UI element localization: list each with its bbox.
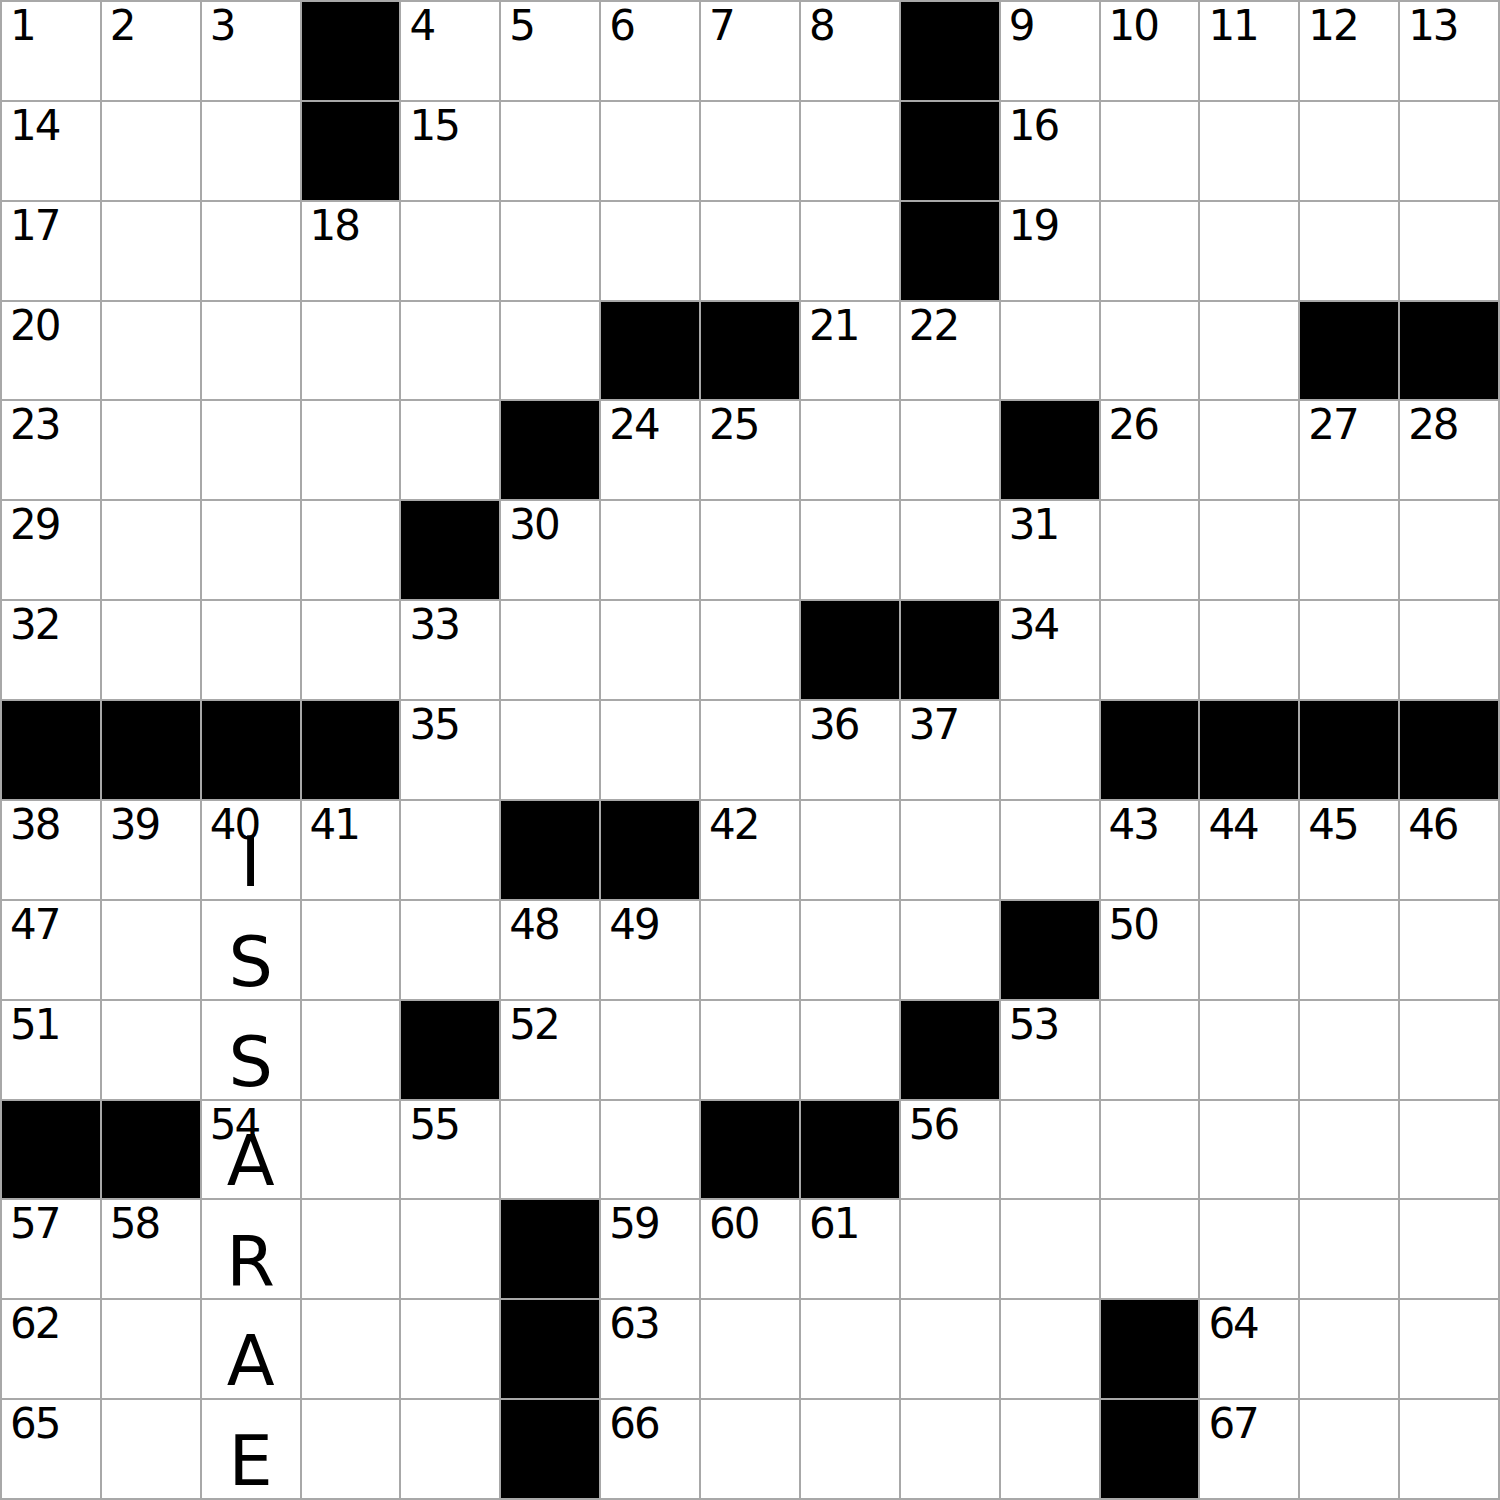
clue-number: 32 xyxy=(10,602,59,648)
grid-cell[interactable]: 53 xyxy=(1001,1001,1099,1099)
grid-cell[interactable]: 21 xyxy=(801,302,899,400)
grid-cell[interactable]: 19 xyxy=(1001,202,1099,300)
grid-cell[interactable]: 61 xyxy=(801,1200,899,1298)
grid-cell[interactable]: 55 xyxy=(401,1101,499,1199)
grid-cell[interactable] xyxy=(401,401,499,499)
clue-number: 27 xyxy=(1308,402,1357,448)
clue-number: 47 xyxy=(10,902,59,948)
block-cell xyxy=(1001,401,1099,499)
block-cell xyxy=(901,1001,999,1099)
grid-cell[interactable] xyxy=(1101,501,1199,599)
clue-number: 62 xyxy=(10,1301,59,1347)
grid-cell[interactable] xyxy=(1001,701,1099,799)
grid-cell[interactable] xyxy=(1101,102,1199,200)
clue-number: 63 xyxy=(609,1301,658,1347)
grid-cell[interactable]: 45 xyxy=(1300,801,1398,899)
grid-cell[interactable] xyxy=(102,601,200,699)
grid-cell[interactable]: 7 xyxy=(701,2,799,100)
grid-cell[interactable] xyxy=(1300,1101,1398,1199)
grid-cell[interactable]: 47 xyxy=(2,901,100,999)
grid-cell[interactable] xyxy=(302,501,400,599)
grid-cell[interactable]: 14 xyxy=(2,102,100,200)
grid-cell[interactable] xyxy=(1200,501,1298,599)
grid-cell[interactable] xyxy=(601,1101,699,1199)
grid-cell[interactable]: 52 xyxy=(501,1001,599,1099)
grid-cell[interactable]: 6 xyxy=(601,2,699,100)
cell-letter: S xyxy=(202,1001,300,1099)
grid-cell[interactable] xyxy=(701,901,799,999)
clue-number: 15 xyxy=(409,103,458,149)
clue-number: 57 xyxy=(10,1201,59,1247)
grid-cell[interactable] xyxy=(1400,202,1498,300)
clue-number: 13 xyxy=(1408,3,1457,49)
grid-cell[interactable]: 17 xyxy=(2,202,100,300)
clue-number: 7 xyxy=(709,3,734,49)
clue-number: 44 xyxy=(1208,802,1257,848)
grid-cell[interactable] xyxy=(102,202,200,300)
clue-number: 31 xyxy=(1009,502,1058,548)
grid-cell[interactable] xyxy=(1101,1001,1199,1099)
clue-number: 17 xyxy=(10,203,59,249)
block-cell xyxy=(801,1101,899,1199)
grid-cell[interactable]: 13 xyxy=(1400,2,1498,100)
grid-cell[interactable] xyxy=(302,1300,400,1398)
grid-cell[interactable]: 26 xyxy=(1101,401,1199,499)
grid-cell[interactable] xyxy=(102,401,200,499)
grid-cell[interactable] xyxy=(302,1101,400,1199)
grid-cell[interactable] xyxy=(1001,1400,1099,1498)
clue-number: 59 xyxy=(609,1201,658,1247)
block-cell xyxy=(302,2,400,100)
grid-cell[interactable] xyxy=(701,202,799,300)
grid-cell[interactable]: 10 xyxy=(1101,2,1199,100)
grid-cell[interactable] xyxy=(901,901,999,999)
grid-cell[interactable] xyxy=(1300,1300,1398,1398)
grid-cell[interactable] xyxy=(102,901,200,999)
grid-cell[interactable]: 15 xyxy=(401,102,499,200)
grid-cell[interactable]: 46 xyxy=(1400,801,1498,899)
block-cell xyxy=(501,1200,599,1298)
grid-cell[interactable] xyxy=(1101,1200,1199,1298)
grid-cell[interactable]: 41 xyxy=(302,801,400,899)
grid-cell[interactable] xyxy=(801,1300,899,1398)
clue-number: 14 xyxy=(10,103,59,149)
grid-cell[interactable]: 16 xyxy=(1001,102,1099,200)
clue-number: 10 xyxy=(1109,3,1158,49)
grid-cell[interactable] xyxy=(302,1200,400,1298)
block-cell xyxy=(302,701,400,799)
clue-number: 4 xyxy=(409,3,434,49)
clue-number: 49 xyxy=(609,902,658,948)
clue-number: 26 xyxy=(1109,402,1158,448)
grid-cell[interactable]: 64 xyxy=(1200,1300,1298,1398)
grid-cell[interactable] xyxy=(801,401,899,499)
grid-cell[interactable] xyxy=(1001,1300,1099,1398)
grid-cell[interactable] xyxy=(1300,601,1398,699)
block-cell xyxy=(1300,701,1398,799)
clue-number: 60 xyxy=(709,1201,758,1247)
grid-cell[interactable] xyxy=(601,202,699,300)
clue-number: 29 xyxy=(10,502,59,548)
grid-cell[interactable]: 32 xyxy=(2,601,100,699)
grid-cell[interactable] xyxy=(1400,1001,1498,1099)
cell-letter: A xyxy=(202,1300,300,1398)
clue-number: 18 xyxy=(310,203,359,249)
grid-cell[interactable] xyxy=(601,701,699,799)
block-cell xyxy=(2,1101,100,1199)
clue-number: 43 xyxy=(1109,802,1158,848)
grid-cell[interactable]: 51 xyxy=(2,1001,100,1099)
grid-cell[interactable] xyxy=(401,1300,499,1398)
grid-cell[interactable] xyxy=(1001,801,1099,899)
block-cell xyxy=(701,1101,799,1199)
clue-number: 33 xyxy=(409,602,458,648)
grid-cell[interactable]: 43 xyxy=(1101,801,1199,899)
clue-number: 34 xyxy=(1009,602,1058,648)
grid-cell[interactable] xyxy=(202,501,300,599)
block-cell xyxy=(901,102,999,200)
grid-cell[interactable] xyxy=(202,401,300,499)
clue-number: 64 xyxy=(1208,1301,1257,1347)
grid-cell[interactable]: 59 xyxy=(601,1200,699,1298)
block-cell xyxy=(601,801,699,899)
block-cell xyxy=(601,302,699,400)
grid-cell[interactable] xyxy=(1400,1300,1498,1398)
grid-cell[interactable]: 24 xyxy=(601,401,699,499)
block-cell xyxy=(701,302,799,400)
grid-cell[interactable]: 60 xyxy=(701,1200,799,1298)
clue-number: 11 xyxy=(1208,3,1257,49)
grid-cell[interactable]: 57 xyxy=(2,1200,100,1298)
grid-cell[interactable] xyxy=(1200,1001,1298,1099)
grid-cell[interactable]: 30 xyxy=(501,501,599,599)
grid-cell[interactable] xyxy=(701,1001,799,1099)
grid-cell[interactable]: 36 xyxy=(801,701,899,799)
clue-number: 19 xyxy=(1009,203,1058,249)
grid-cell[interactable] xyxy=(701,1300,799,1398)
clue-number: 5 xyxy=(509,3,534,49)
clue-number: 25 xyxy=(709,402,758,448)
block-cell xyxy=(1300,302,1398,400)
grid-cell[interactable] xyxy=(1001,302,1099,400)
grid-cell[interactable]: 39 xyxy=(102,801,200,899)
clue-number: 46 xyxy=(1408,802,1457,848)
grid-cell[interactable]: 27 xyxy=(1300,401,1398,499)
grid-cell[interactable]: 58 xyxy=(102,1200,200,1298)
grid-cell[interactable]: 8 xyxy=(801,2,899,100)
clue-number: 67 xyxy=(1208,1401,1257,1447)
grid-cell[interactable] xyxy=(401,302,499,400)
grid-cell[interactable] xyxy=(401,1200,499,1298)
grid-cell[interactable] xyxy=(1300,202,1398,300)
grid-cell[interactable] xyxy=(302,1001,400,1099)
grid-cell[interactable] xyxy=(901,1300,999,1398)
clue-number: 48 xyxy=(509,902,558,948)
grid-cell[interactable] xyxy=(102,1001,200,1099)
grid-cell[interactable]: 67 xyxy=(1200,1400,1298,1498)
block-cell xyxy=(1001,901,1099,999)
grid-cell[interactable] xyxy=(901,501,999,599)
grid-cell[interactable]: 12 xyxy=(1300,2,1398,100)
grid-cell[interactable] xyxy=(1101,1101,1199,1199)
clue-number: 2 xyxy=(110,3,135,49)
grid-cell[interactable] xyxy=(102,1300,200,1398)
grid-cell[interactable] xyxy=(1200,302,1298,400)
grid-cell[interactable]: 11 xyxy=(1200,2,1298,100)
clue-number: 53 xyxy=(1009,1002,1058,1048)
grid-cell[interactable] xyxy=(1300,501,1398,599)
grid-cell[interactable]: 40I xyxy=(202,801,300,899)
grid-cell[interactable]: 62 xyxy=(2,1300,100,1398)
grid-cell[interactable]: 4 xyxy=(401,2,499,100)
clue-number: 20 xyxy=(10,303,59,349)
grid-cell[interactable] xyxy=(901,801,999,899)
clue-number: 58 xyxy=(110,1201,159,1247)
grid-cell[interactable] xyxy=(701,601,799,699)
clue-number: 21 xyxy=(809,303,858,349)
cell-letter: I xyxy=(202,801,300,899)
grid-cell[interactable] xyxy=(1300,102,1398,200)
grid-cell[interactable] xyxy=(701,102,799,200)
grid-cell[interactable]: 49 xyxy=(601,901,699,999)
grid-cell[interactable] xyxy=(1001,1200,1099,1298)
block-cell xyxy=(2,701,100,799)
crossword-grid: 1234567891011121314151617181920212223242… xyxy=(0,0,1500,1500)
grid-cell[interactable]: 18 xyxy=(302,202,400,300)
grid-cell[interactable] xyxy=(801,1400,899,1498)
clue-number: 56 xyxy=(909,1102,958,1148)
grid-cell[interactable]: 28 xyxy=(1400,401,1498,499)
grid-cell[interactable]: 50 xyxy=(1101,901,1199,999)
grid-cell[interactable]: 48 xyxy=(501,901,599,999)
clue-number: 38 xyxy=(10,802,59,848)
block-cell xyxy=(501,801,599,899)
grid-cell[interactable]: 2 xyxy=(102,2,200,100)
clue-number: 9 xyxy=(1009,3,1034,49)
grid-cell[interactable] xyxy=(601,601,699,699)
grid-cell[interactable] xyxy=(102,102,200,200)
grid-cell[interactable]: E xyxy=(202,1400,300,1498)
grid-cell[interactable] xyxy=(501,102,599,200)
clue-number: 42 xyxy=(709,802,758,848)
grid-cell[interactable]: S xyxy=(202,1001,300,1099)
grid-cell[interactable] xyxy=(102,501,200,599)
grid-cell[interactable] xyxy=(1300,901,1398,999)
grid-cell[interactable] xyxy=(501,302,599,400)
block-cell xyxy=(501,1400,599,1498)
grid-cell[interactable] xyxy=(801,501,899,599)
grid-cell[interactable] xyxy=(302,1400,400,1498)
grid-cell[interactable] xyxy=(801,1001,899,1099)
clue-number: 55 xyxy=(409,1102,458,1148)
grid-cell[interactable] xyxy=(202,601,300,699)
block-cell xyxy=(401,501,499,599)
clue-number: 66 xyxy=(609,1401,658,1447)
block-cell xyxy=(801,601,899,699)
grid-cell[interactable] xyxy=(1101,601,1199,699)
grid-cell[interactable]: 37 xyxy=(901,701,999,799)
clue-number: 52 xyxy=(509,1002,558,1048)
clue-number: 65 xyxy=(10,1401,59,1447)
clue-number: 16 xyxy=(1009,103,1058,149)
grid-cell[interactable] xyxy=(302,302,400,400)
block-cell xyxy=(1101,701,1199,799)
clue-number: 45 xyxy=(1308,802,1357,848)
grid-cell[interactable] xyxy=(302,601,400,699)
clue-number: 3 xyxy=(210,3,235,49)
clue-number: 24 xyxy=(609,402,658,448)
grid-cell[interactable] xyxy=(202,302,300,400)
block-cell xyxy=(901,2,999,100)
grid-cell[interactable] xyxy=(601,1001,699,1099)
grid-cell[interactable] xyxy=(801,901,899,999)
clue-number: 8 xyxy=(809,3,834,49)
grid-cell[interactable] xyxy=(302,901,400,999)
block-cell xyxy=(901,202,999,300)
clue-number: 12 xyxy=(1308,3,1357,49)
grid-cell[interactable]: 20 xyxy=(2,302,100,400)
clue-number: 41 xyxy=(310,802,359,848)
cell-letter: E xyxy=(202,1400,300,1498)
grid-cell[interactable] xyxy=(701,501,799,599)
grid-cell[interactable]: 29 xyxy=(2,501,100,599)
grid-cell[interactable] xyxy=(501,202,599,300)
grid-cell[interactable]: 44 xyxy=(1200,801,1298,899)
grid-cell[interactable] xyxy=(1200,1101,1298,1199)
grid-cell[interactable] xyxy=(202,102,300,200)
grid-cell[interactable] xyxy=(1400,102,1498,200)
grid-cell[interactable] xyxy=(1400,1400,1498,1498)
grid-cell[interactable] xyxy=(1200,1200,1298,1298)
clue-number: 36 xyxy=(809,702,858,748)
grid-cell[interactable]: 38 xyxy=(2,801,100,899)
grid-cell[interactable] xyxy=(901,1200,999,1298)
block-cell xyxy=(102,701,200,799)
grid-cell[interactable] xyxy=(102,302,200,400)
clue-number: 28 xyxy=(1408,402,1457,448)
grid-cell[interactable] xyxy=(1300,1200,1398,1298)
block-cell xyxy=(202,701,300,799)
cell-letter: R xyxy=(202,1200,300,1298)
grid-cell[interactable] xyxy=(901,401,999,499)
grid-cell[interactable] xyxy=(501,701,599,799)
grid-cell[interactable] xyxy=(801,102,899,200)
clue-number: 37 xyxy=(909,702,958,748)
clue-number: 51 xyxy=(10,1002,59,1048)
grid-cell[interactable] xyxy=(1400,501,1498,599)
grid-cell[interactable]: 65 xyxy=(2,1400,100,1498)
grid-cell[interactable] xyxy=(401,901,499,999)
block-cell xyxy=(1400,302,1498,400)
grid-cell[interactable] xyxy=(1400,901,1498,999)
clue-number: 1 xyxy=(10,3,35,49)
block-cell xyxy=(901,601,999,699)
block-cell xyxy=(1400,701,1498,799)
grid-cell[interactable]: 25 xyxy=(701,401,799,499)
grid-cell[interactable]: 22 xyxy=(901,302,999,400)
grid-cell[interactable]: A xyxy=(202,1300,300,1398)
clue-number: 61 xyxy=(809,1201,858,1247)
grid-cell[interactable] xyxy=(801,202,899,300)
grid-cell[interactable] xyxy=(1001,1101,1099,1199)
grid-cell[interactable]: R xyxy=(202,1200,300,1298)
grid-cell[interactable] xyxy=(701,1400,799,1498)
clue-number: 35 xyxy=(409,702,458,748)
grid-cell[interactable] xyxy=(801,801,899,899)
grid-cell[interactable]: 35 xyxy=(401,701,499,799)
clue-number: 39 xyxy=(110,802,159,848)
grid-cell[interactable] xyxy=(1300,1400,1398,1498)
grid-cell[interactable] xyxy=(1200,202,1298,300)
grid-cell[interactable] xyxy=(302,401,400,499)
clue-number: 22 xyxy=(909,303,958,349)
grid-cell[interactable]: 31 xyxy=(1001,501,1099,599)
clue-number: 30 xyxy=(509,502,558,548)
grid-cell[interactable] xyxy=(601,501,699,599)
grid-cell[interactable] xyxy=(1200,401,1298,499)
grid-cell[interactable] xyxy=(501,601,599,699)
grid-cell[interactable]: 42 xyxy=(701,801,799,899)
grid-cell[interactable]: S xyxy=(202,901,300,999)
grid-cell[interactable] xyxy=(202,202,300,300)
grid-cell[interactable] xyxy=(401,1400,499,1498)
grid-cell[interactable]: 23 xyxy=(2,401,100,499)
grid-cell[interactable] xyxy=(1400,1101,1498,1199)
grid-cell[interactable]: 34 xyxy=(1001,601,1099,699)
cell-letter: S xyxy=(202,901,300,999)
grid-cell[interactable] xyxy=(102,1400,200,1498)
block-cell xyxy=(1101,1400,1199,1498)
grid-cell[interactable] xyxy=(1101,302,1199,400)
grid-cell[interactable]: 54A xyxy=(202,1101,300,1199)
clue-number: 50 xyxy=(1109,902,1158,948)
block-cell xyxy=(1101,1300,1199,1398)
grid-cell[interactable] xyxy=(701,701,799,799)
grid-cell[interactable] xyxy=(1400,1200,1498,1298)
clue-number: 23 xyxy=(10,402,59,448)
grid-cell[interactable] xyxy=(401,801,499,899)
grid-cell[interactable]: 66 xyxy=(601,1400,699,1498)
block-cell xyxy=(401,1001,499,1099)
grid-cell[interactable]: 33 xyxy=(401,601,499,699)
grid-cell[interactable] xyxy=(501,1101,599,1199)
clue-number: 6 xyxy=(609,3,634,49)
block-cell xyxy=(102,1101,200,1199)
block-cell xyxy=(1200,701,1298,799)
grid-cell[interactable]: 3 xyxy=(202,2,300,100)
grid-cell[interactable]: 63 xyxy=(601,1300,699,1398)
block-cell xyxy=(501,1300,599,1398)
grid-cell[interactable] xyxy=(1300,1001,1398,1099)
grid-cell[interactable]: 1 xyxy=(2,2,100,100)
grid-cell[interactable] xyxy=(401,202,499,300)
grid-cell[interactable] xyxy=(601,102,699,200)
grid-cell[interactable]: 9 xyxy=(1001,2,1099,100)
grid-cell[interactable] xyxy=(1101,202,1199,300)
grid-cell[interactable]: 5 xyxy=(501,2,599,100)
block-cell xyxy=(302,102,400,200)
grid-cell[interactable] xyxy=(901,1400,999,1498)
grid-cell[interactable]: 56 xyxy=(901,1101,999,1199)
cell-letter: A xyxy=(202,1101,300,1199)
grid-cell[interactable] xyxy=(1200,901,1298,999)
grid-cell[interactable] xyxy=(1200,102,1298,200)
block-cell xyxy=(501,401,599,499)
grid-cell[interactable] xyxy=(1400,601,1498,699)
grid-cell[interactable] xyxy=(1200,601,1298,699)
